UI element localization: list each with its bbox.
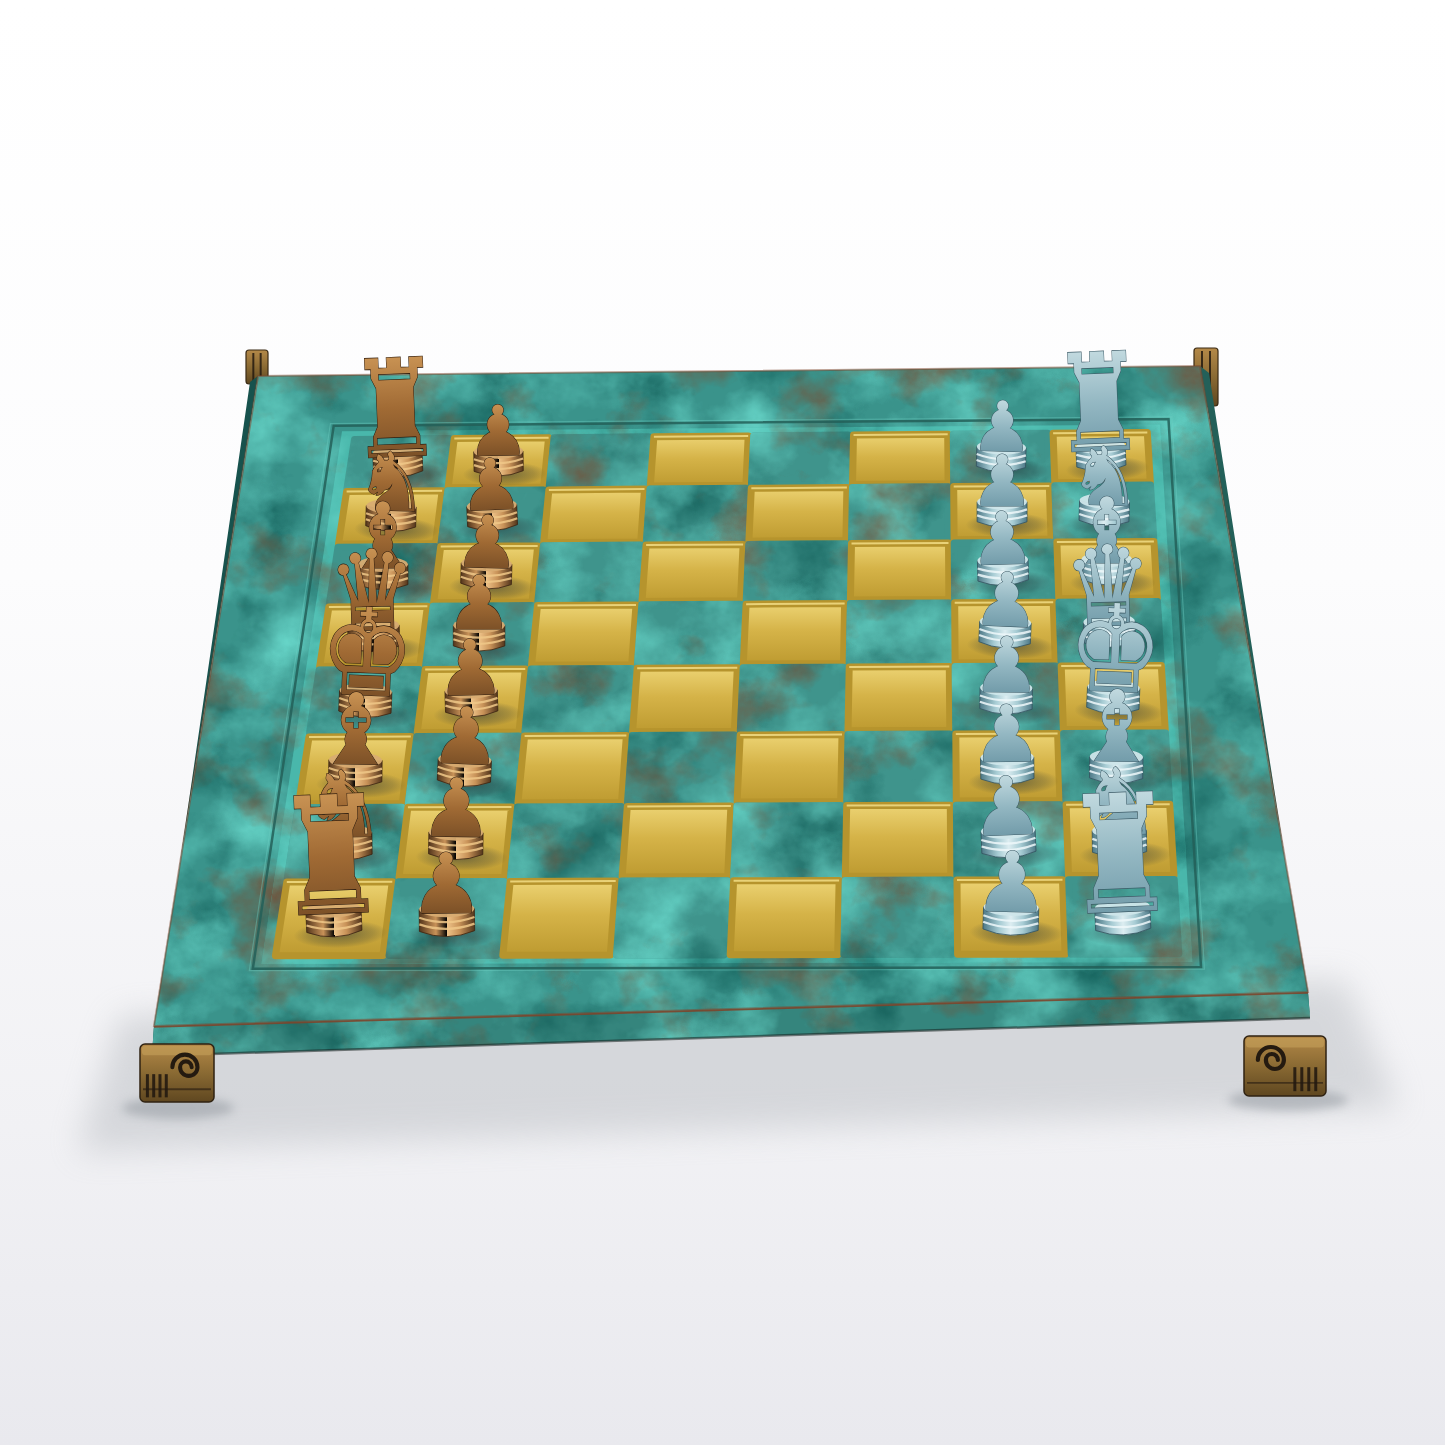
gold-tile-bevel bbox=[646, 544, 743, 545]
ionic-foot-near bbox=[1244, 1036, 1326, 1096]
square-a3[interactable] bbox=[549, 437, 648, 487]
gold-tile-bevel bbox=[854, 434, 948, 435]
gold-tile-bevel bbox=[538, 605, 637, 606]
gold-tile-bevel bbox=[549, 489, 645, 490]
square-g5[interactable] bbox=[734, 806, 841, 877]
square-b5[interactable] bbox=[749, 488, 847, 542]
square-e5[interactable] bbox=[740, 667, 843, 731]
square-g3[interactable] bbox=[511, 807, 622, 878]
gold-tile-bevel bbox=[740, 735, 842, 736]
square-e3[interactable] bbox=[525, 668, 631, 732]
square-h5[interactable] bbox=[730, 880, 839, 954]
square-d4[interactable] bbox=[637, 604, 740, 665]
piece-glyph: ♜ bbox=[272, 760, 391, 954]
square-f5[interactable] bbox=[737, 735, 842, 803]
square-c4[interactable] bbox=[642, 544, 743, 601]
gold-tile-bevel bbox=[852, 543, 949, 544]
gold-tile-bevel bbox=[751, 488, 847, 489]
piece-glyph: ♟ bbox=[973, 833, 1051, 933]
square-g6[interactable] bbox=[845, 805, 951, 876]
square-a5[interactable] bbox=[751, 435, 848, 485]
piece-glyph: ♟ bbox=[408, 834, 484, 933]
piece-black-rook-h8[interactable]: ♜ bbox=[1061, 758, 1180, 952]
square-f4[interactable] bbox=[628, 735, 735, 803]
square-f3[interactable] bbox=[518, 736, 627, 803]
gold-tile-bevel bbox=[654, 436, 748, 437]
square-e6[interactable] bbox=[848, 667, 950, 731]
gold-tile-bevel bbox=[637, 668, 737, 669]
square-d6[interactable] bbox=[849, 603, 949, 664]
square-b4[interactable] bbox=[646, 488, 745, 542]
square-d3[interactable] bbox=[532, 605, 637, 665]
piece-glyph: ♜ bbox=[1061, 758, 1180, 952]
square-h3[interactable] bbox=[503, 881, 616, 955]
gold-tile-bevel bbox=[849, 667, 949, 668]
ionic-foot-near bbox=[140, 1044, 214, 1102]
square-g4[interactable] bbox=[622, 806, 731, 877]
square-d5[interactable] bbox=[743, 604, 844, 665]
photo-stage: ♜♟♟♜♞♟♟♞♝♟♟♝♛♟♟♛♚♟♟♚♝♟♟♝♞♟♟♞♜♟♟♜ bbox=[0, 0, 1445, 1445]
square-e4[interactable] bbox=[633, 668, 738, 732]
square-h6[interactable] bbox=[844, 880, 952, 955]
square-c5[interactable] bbox=[746, 544, 846, 601]
chess-set-photo: ♜♟♟♜♞♟♟♞♝♟♟♝♛♟♟♛♚♟♟♚♝♟♟♝♞♟♟♞♜♟♟♜ bbox=[0, 0, 1445, 1445]
gold-tile-bevel bbox=[746, 604, 845, 605]
square-f6[interactable] bbox=[847, 734, 951, 802]
piece-white-rook-h1[interactable]: ♜ bbox=[272, 760, 391, 954]
square-b3[interactable] bbox=[544, 489, 645, 543]
square-c6[interactable] bbox=[850, 543, 949, 600]
square-a6[interactable] bbox=[853, 434, 949, 484]
square-c3[interactable] bbox=[538, 545, 641, 602]
square-h4[interactable] bbox=[617, 881, 728, 955]
square-b6[interactable] bbox=[852, 487, 949, 541]
square-a4[interactable] bbox=[650, 436, 748, 486]
gold-tile-bevel bbox=[627, 806, 731, 807]
